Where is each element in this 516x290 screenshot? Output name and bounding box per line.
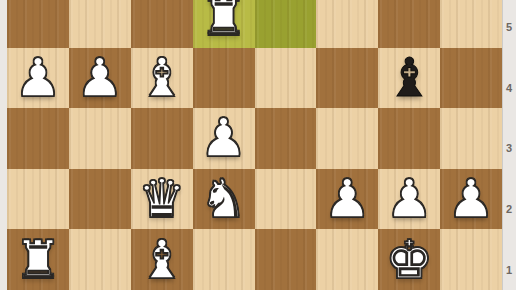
square-d3[interactable]: ♟ [193,108,255,169]
white-knight[interactable]: ♞ [200,169,248,229]
square-d1[interactable] [193,229,255,290]
white-pawn[interactable]: ♟ [324,169,372,229]
square-h1[interactable] [440,229,502,290]
white-rook[interactable]: ♜ [14,230,62,290]
square-a4[interactable]: ♟ [7,48,69,109]
square-e2[interactable] [255,169,317,230]
white-pawn[interactable]: ♟ [385,169,433,229]
rank-label-5: 5 [502,0,516,58]
square-f1[interactable] [316,229,378,290]
square-e3[interactable] [255,108,317,169]
square-d2[interactable]: ♞ [193,169,255,230]
square-c3[interactable] [131,108,193,169]
chess-board: ♜♟♟♝♝♟♛♞♟♟♟♜♝♚ [7,0,502,290]
square-a1[interactable]: ♜ [7,229,69,290]
square-h5[interactable] [440,0,502,48]
white-pawn[interactable]: ♟ [200,108,248,168]
white-queen[interactable]: ♛ [138,169,186,229]
square-b4[interactable]: ♟ [69,48,131,109]
square-e4[interactable] [255,48,317,109]
square-g5[interactable] [378,0,440,48]
white-bishop[interactable]: ♝ [138,230,186,290]
square-c4[interactable]: ♝ [131,48,193,109]
square-c1[interactable]: ♝ [131,229,193,290]
black-bishop[interactable]: ♝ [385,48,433,108]
square-h3[interactable] [440,108,502,169]
rank-label-1: 1 [502,239,516,290]
square-c2[interactable]: ♛ [131,169,193,230]
square-g1[interactable]: ♚ [378,229,440,290]
white-pawn[interactable]: ♟ [76,48,124,108]
chess-board-screenshot: ♜♟♟♝♝♟♛♞♟♟♟♜♝♚ 5 4 3 2 1 [0,0,516,290]
square-b5[interactable] [69,0,131,48]
square-h2[interactable]: ♟ [440,169,502,230]
square-e1[interactable] [255,229,317,290]
white-pawn[interactable]: ♟ [14,48,62,108]
square-h4[interactable] [440,48,502,109]
square-b3[interactable] [69,108,131,169]
square-b1[interactable] [69,229,131,290]
square-d5[interactable]: ♜ [193,0,255,48]
square-f3[interactable] [316,108,378,169]
square-a2[interactable] [7,169,69,230]
white-king[interactable]: ♚ [385,230,433,290]
square-g4[interactable]: ♝ [378,48,440,109]
square-d4[interactable] [193,48,255,109]
white-pawn[interactable]: ♟ [447,169,495,229]
square-g3[interactable] [378,108,440,169]
rank-coordinates: 5 4 3 2 1 [502,0,516,290]
rank-label-2: 2 [502,179,516,240]
square-f2[interactable]: ♟ [316,169,378,230]
board-left-margin [0,0,7,290]
square-a3[interactable] [7,108,69,169]
square-b2[interactable] [69,169,131,230]
square-f4[interactable] [316,48,378,109]
square-g2[interactable]: ♟ [378,169,440,230]
rank-label-4: 4 [502,58,516,119]
white-bishop[interactable]: ♝ [138,48,186,108]
rank-label-3: 3 [502,118,516,179]
square-e5[interactable] [255,0,317,48]
square-a5[interactable] [7,0,69,48]
square-c5[interactable] [131,0,193,48]
square-f5[interactable] [316,0,378,48]
white-rook[interactable]: ♜ [200,0,248,47]
